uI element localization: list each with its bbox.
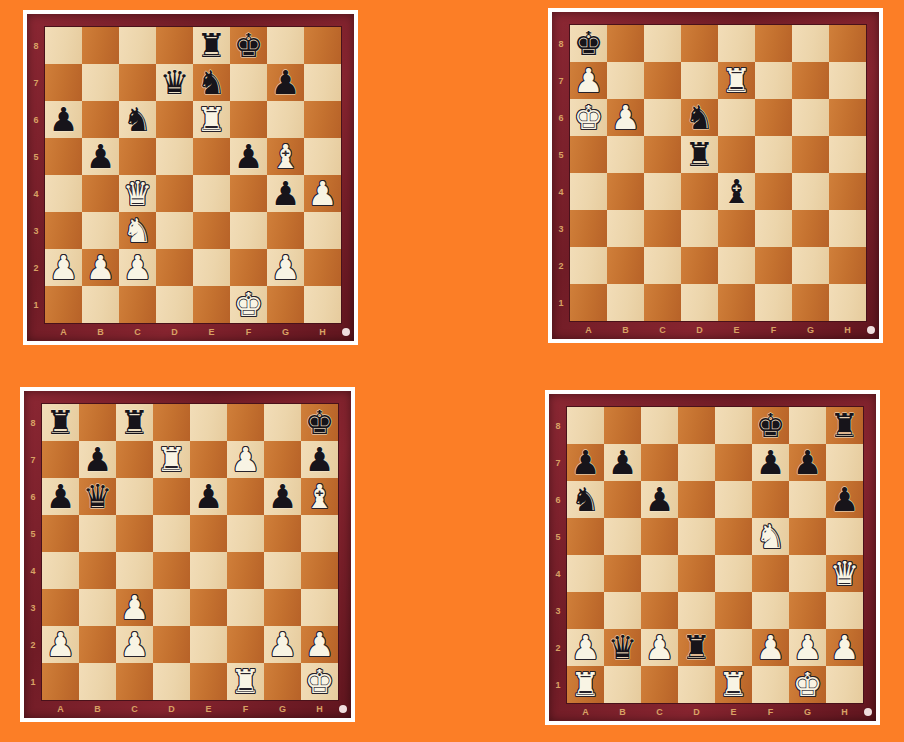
square-a2: ♟	[567, 629, 604, 666]
square-e6	[715, 481, 752, 518]
file-label-d: D	[153, 700, 190, 718]
square-f3	[752, 592, 789, 629]
square-e2	[190, 626, 227, 663]
square-f6	[230, 101, 267, 138]
piece-white-pawn: ♟	[571, 629, 601, 666]
square-b4	[79, 552, 116, 589]
square-a4	[42, 552, 79, 589]
square-h4	[301, 552, 338, 589]
square-d6	[153, 478, 190, 515]
square-h4: ♛	[826, 555, 863, 592]
square-b1	[607, 284, 644, 321]
square-e5	[190, 515, 227, 552]
square-c3: ♟	[116, 589, 153, 626]
square-e1	[193, 286, 230, 323]
square-f6	[755, 99, 792, 136]
square-h1	[829, 284, 866, 321]
square-d7: ♛	[156, 64, 193, 101]
square-c1	[644, 284, 681, 321]
square-e6: ♟	[190, 478, 227, 515]
piece-black-pawn: ♟	[83, 441, 113, 478]
square-c8: ♜	[116, 404, 153, 441]
square-d3	[156, 212, 193, 249]
square-a3	[42, 589, 79, 626]
square-b5	[607, 136, 644, 173]
rank-labels: 87654321	[27, 27, 45, 323]
rank-label-5: 5	[24, 515, 42, 552]
square-b7: ♟	[604, 444, 641, 481]
file-labels: ABCDEFGH	[42, 700, 338, 718]
square-b7	[82, 64, 119, 101]
square-e4	[190, 552, 227, 589]
file-label-b: B	[604, 703, 641, 721]
square-g7: ♟	[267, 64, 304, 101]
file-label-f: F	[752, 703, 789, 721]
square-c2	[644, 247, 681, 284]
square-c3	[644, 210, 681, 247]
rank-label-3: 3	[24, 589, 42, 626]
piece-white-pawn: ♟	[120, 589, 150, 626]
square-c5	[641, 518, 678, 555]
rank-label-8: 8	[27, 27, 45, 64]
square-e4	[715, 555, 752, 592]
square-a1	[45, 286, 82, 323]
square-c6	[116, 478, 153, 515]
square-h3	[304, 212, 341, 249]
piece-white-rook: ♜	[722, 62, 752, 99]
file-label-d: D	[156, 323, 193, 341]
square-h5	[829, 136, 866, 173]
file-labels: ABCDEFGH	[570, 321, 866, 339]
piece-black-pawn: ♟	[49, 101, 79, 138]
piece-black-pawn: ♟	[830, 481, 860, 518]
square-d6: ♞	[681, 99, 718, 136]
piece-white-pawn: ♟	[231, 441, 261, 478]
square-f2	[230, 249, 267, 286]
square-f7	[230, 64, 267, 101]
square-e3	[715, 592, 752, 629]
rank-label-8: 8	[549, 407, 567, 444]
square-f5: ♞	[752, 518, 789, 555]
square-c2: ♟	[116, 626, 153, 663]
piece-black-bishop: ♝	[722, 173, 752, 210]
square-b7: ♟	[79, 441, 116, 478]
board-grid: ♚♜♟♟♟♟♞♟♟♞♛♟♛♟♜♟♟♟♜♜♚	[567, 407, 863, 703]
square-a3	[570, 210, 607, 247]
square-f3	[755, 210, 792, 247]
piece-white-king: ♚	[305, 663, 335, 700]
square-e8	[190, 404, 227, 441]
rank-label-1: 1	[552, 284, 570, 321]
square-e4	[193, 175, 230, 212]
rank-label-4: 4	[24, 552, 42, 589]
square-g1: ♚	[789, 666, 826, 703]
square-c1	[116, 663, 153, 700]
file-label-h: H	[304, 323, 341, 341]
file-label-d: D	[681, 321, 718, 339]
square-c6: ♟	[641, 481, 678, 518]
square-b4	[82, 175, 119, 212]
square-f3	[230, 212, 267, 249]
square-g7	[264, 441, 301, 478]
piece-white-rook: ♜	[231, 663, 261, 700]
rank-label-6: 6	[552, 99, 570, 136]
square-e3	[718, 210, 755, 247]
piece-black-pawn: ♟	[268, 478, 298, 515]
piece-white-pawn: ♟	[49, 249, 79, 286]
rank-label-8: 8	[24, 404, 42, 441]
square-c5	[644, 136, 681, 173]
piece-white-queen: ♛	[830, 555, 860, 592]
square-g8	[267, 27, 304, 64]
square-a1	[570, 284, 607, 321]
square-a6: ♟	[42, 478, 79, 515]
square-d3	[681, 210, 718, 247]
chess-board-bottom-right: ♚♜♟♟♟♟♞♟♟♞♛♟♛♟♜♟♟♟♜♜♚ 87654321 ABCDEFGH	[545, 390, 880, 725]
piece-white-king: ♚	[574, 99, 604, 136]
file-label-f: F	[230, 323, 267, 341]
square-c7	[119, 64, 156, 101]
piece-white-pawn: ♟	[305, 626, 335, 663]
square-h4: ♟	[304, 175, 341, 212]
square-e3	[190, 589, 227, 626]
square-e2	[193, 249, 230, 286]
square-d4	[156, 175, 193, 212]
square-c2: ♟	[119, 249, 156, 286]
square-d1	[681, 284, 718, 321]
board-frame: ♚♟♜♚♟♞♜♝ 87654321 ABCDEFGH	[552, 12, 879, 339]
square-c5	[119, 138, 156, 175]
square-e1: ♜	[715, 666, 752, 703]
square-b6: ♟	[607, 99, 644, 136]
square-d1	[156, 286, 193, 323]
piece-white-pawn: ♟	[86, 249, 116, 286]
square-b3	[79, 589, 116, 626]
rank-label-4: 4	[549, 555, 567, 592]
rank-label-3: 3	[549, 592, 567, 629]
square-d1	[153, 663, 190, 700]
square-g1	[264, 663, 301, 700]
square-c7	[641, 444, 678, 481]
chess-board-top-left: ♜♚♛♞♟♟♞♜♟♟♝♛♟♟♞♟♟♟♟♚ 87654321 ABCDEFGH	[23, 10, 358, 345]
piece-black-pawn: ♟	[194, 478, 224, 515]
square-g8	[789, 407, 826, 444]
square-e1	[190, 663, 227, 700]
square-d4	[678, 555, 715, 592]
square-b8	[79, 404, 116, 441]
square-c8	[119, 27, 156, 64]
square-d2	[156, 249, 193, 286]
square-e7: ♞	[193, 64, 230, 101]
piece-white-bishop: ♝	[305, 478, 335, 515]
square-g4	[264, 552, 301, 589]
square-h7	[826, 444, 863, 481]
rank-label-7: 7	[24, 441, 42, 478]
rank-label-6: 6	[27, 101, 45, 138]
square-h2	[829, 247, 866, 284]
square-a1	[42, 663, 79, 700]
square-a2	[570, 247, 607, 284]
square-h5	[304, 138, 341, 175]
piece-black-knight: ♞	[123, 101, 153, 138]
square-h1	[304, 286, 341, 323]
file-label-c: C	[641, 703, 678, 721]
rank-label-2: 2	[27, 249, 45, 286]
square-a7: ♟	[567, 444, 604, 481]
square-g5	[792, 136, 829, 173]
piece-black-rook: ♜	[682, 629, 712, 666]
square-d5: ♜	[681, 136, 718, 173]
file-label-g: G	[792, 321, 829, 339]
file-label-a: A	[567, 703, 604, 721]
chess-board-bottom-left: ♜♜♚♟♜♟♟♟♛♟♟♝♟♟♟♟♟♜♚ 87654321 ABCDEFGH	[20, 387, 355, 722]
board-frame: ♜♚♛♞♟♟♞♜♟♟♝♛♟♟♞♟♟♟♟♚ 87654321 ABCDEFGH	[27, 14, 354, 341]
square-g2: ♟	[789, 629, 826, 666]
square-d5	[156, 138, 193, 175]
square-b5: ♟	[82, 138, 119, 175]
square-d4	[153, 552, 190, 589]
square-g1	[267, 286, 304, 323]
board-grid: ♜♚♛♞♟♟♞♜♟♟♝♛♟♟♞♟♟♟♟♚	[45, 27, 341, 323]
square-b2: ♟	[82, 249, 119, 286]
square-a2: ♟	[42, 626, 79, 663]
square-c4	[644, 173, 681, 210]
board-corner-dot	[867, 326, 875, 334]
square-a7	[42, 441, 79, 478]
square-b4	[607, 173, 644, 210]
square-f3	[227, 589, 264, 626]
square-g8	[264, 404, 301, 441]
rank-label-5: 5	[27, 138, 45, 175]
square-a8	[45, 27, 82, 64]
square-a5	[570, 136, 607, 173]
piece-white-pawn: ♟	[308, 175, 338, 212]
square-h3	[826, 592, 863, 629]
square-h2: ♟	[301, 626, 338, 663]
piece-black-knight: ♞	[197, 64, 227, 101]
square-f6	[752, 481, 789, 518]
square-b6	[604, 481, 641, 518]
square-h5	[826, 518, 863, 555]
piece-black-pawn: ♟	[86, 138, 116, 175]
piece-white-queen: ♛	[123, 175, 153, 212]
piece-black-rook: ♜	[120, 404, 150, 441]
square-c6	[644, 99, 681, 136]
piece-white-rook: ♜	[157, 441, 187, 478]
square-a4	[567, 555, 604, 592]
board-frame: ♚♜♟♟♟♟♞♟♟♞♛♟♛♟♜♟♟♟♜♜♚ 87654321 ABCDEFGH	[549, 394, 876, 721]
square-b3	[604, 592, 641, 629]
piece-black-rook: ♜	[46, 404, 76, 441]
square-b2: ♛	[604, 629, 641, 666]
file-label-c: C	[119, 323, 156, 341]
file-label-e: E	[190, 700, 227, 718]
square-h6: ♝	[301, 478, 338, 515]
rank-label-1: 1	[549, 666, 567, 703]
square-h2	[304, 249, 341, 286]
file-label-a: A	[42, 700, 79, 718]
file-label-g: G	[267, 323, 304, 341]
square-a3	[567, 592, 604, 629]
square-g3	[789, 592, 826, 629]
rank-label-8: 8	[552, 25, 570, 62]
square-a6: ♟	[45, 101, 82, 138]
square-c2: ♟	[641, 629, 678, 666]
rank-label-3: 3	[27, 212, 45, 249]
file-label-g: G	[789, 703, 826, 721]
square-c6: ♞	[119, 101, 156, 138]
square-g5	[264, 515, 301, 552]
square-h6: ♟	[826, 481, 863, 518]
piece-black-pawn: ♟	[608, 444, 638, 481]
square-c3: ♞	[119, 212, 156, 249]
square-h7: ♟	[301, 441, 338, 478]
square-d8	[678, 407, 715, 444]
file-label-e: E	[193, 323, 230, 341]
file-label-a: A	[45, 323, 82, 341]
rank-label-5: 5	[549, 518, 567, 555]
square-h6	[304, 101, 341, 138]
board-grid: ♚♟♜♚♟♞♜♝	[570, 25, 866, 321]
square-f8	[227, 404, 264, 441]
square-e8: ♜	[193, 27, 230, 64]
square-d7	[678, 444, 715, 481]
square-c4	[641, 555, 678, 592]
square-e2	[715, 629, 752, 666]
square-b7	[607, 62, 644, 99]
square-f2	[227, 626, 264, 663]
file-label-g: G	[264, 700, 301, 718]
piece-white-pawn: ♟	[611, 99, 641, 136]
square-f4	[755, 173, 792, 210]
square-f6	[227, 478, 264, 515]
piece-white-pawn: ♟	[271, 249, 301, 286]
board-grid: ♜♜♚♟♜♟♟♟♛♟♟♝♟♟♟♟♟♜♚	[42, 404, 338, 700]
square-c4	[116, 552, 153, 589]
square-e5	[193, 138, 230, 175]
square-a6: ♞	[567, 481, 604, 518]
square-a5	[567, 518, 604, 555]
square-b6: ♛	[79, 478, 116, 515]
square-g8	[792, 25, 829, 62]
square-c4: ♛	[119, 175, 156, 212]
square-c5	[116, 515, 153, 552]
rank-label-7: 7	[552, 62, 570, 99]
piece-black-knight: ♞	[571, 481, 601, 518]
rank-label-1: 1	[27, 286, 45, 323]
square-b2	[607, 247, 644, 284]
square-f5: ♟	[230, 138, 267, 175]
square-c3	[641, 592, 678, 629]
square-b2	[79, 626, 116, 663]
piece-black-queen: ♛	[160, 64, 190, 101]
square-c7	[644, 62, 681, 99]
piece-black-rook: ♜	[830, 407, 860, 444]
square-g6	[789, 481, 826, 518]
piece-black-rook: ♜	[197, 27, 227, 64]
square-f2: ♟	[752, 629, 789, 666]
piece-white-rook: ♜	[571, 666, 601, 703]
square-d6	[156, 101, 193, 138]
square-e7: ♜	[718, 62, 755, 99]
square-h3	[301, 589, 338, 626]
square-c7	[116, 441, 153, 478]
square-f8	[755, 25, 792, 62]
square-d2	[153, 626, 190, 663]
piece-white-rook: ♜	[719, 666, 749, 703]
square-g2: ♟	[264, 626, 301, 663]
square-d3	[678, 592, 715, 629]
file-label-h: H	[301, 700, 338, 718]
file-labels: ABCDEFGH	[567, 703, 863, 721]
square-a1: ♜	[567, 666, 604, 703]
square-a4	[45, 175, 82, 212]
piece-white-rook: ♜	[197, 101, 227, 138]
square-h1	[826, 666, 863, 703]
square-f7: ♟	[227, 441, 264, 478]
square-g3	[267, 212, 304, 249]
square-d6	[678, 481, 715, 518]
square-d1	[678, 666, 715, 703]
square-h3	[829, 210, 866, 247]
piece-black-pawn: ♟	[234, 138, 264, 175]
square-a5	[45, 138, 82, 175]
square-g6: ♟	[264, 478, 301, 515]
square-d4	[681, 173, 718, 210]
file-label-h: H	[826, 703, 863, 721]
piece-black-king: ♚	[234, 27, 264, 64]
file-labels: ABCDEFGH	[45, 323, 341, 341]
square-c1	[119, 286, 156, 323]
square-a7	[45, 64, 82, 101]
rank-label-2: 2	[24, 626, 42, 663]
file-label-b: B	[79, 700, 116, 718]
square-g7: ♟	[789, 444, 826, 481]
square-f7	[755, 62, 792, 99]
rank-label-7: 7	[27, 64, 45, 101]
file-label-c: C	[116, 700, 153, 718]
piece-white-knight: ♞	[756, 518, 786, 555]
square-c8	[641, 407, 678, 444]
square-g6	[267, 101, 304, 138]
square-d5	[678, 518, 715, 555]
square-a5	[42, 515, 79, 552]
piece-white-bishop: ♝	[271, 138, 301, 175]
file-label-e: E	[718, 321, 755, 339]
rank-label-5: 5	[552, 136, 570, 173]
square-g2: ♟	[267, 249, 304, 286]
file-label-b: B	[607, 321, 644, 339]
square-h1: ♚	[301, 663, 338, 700]
piece-black-king: ♚	[756, 407, 786, 444]
square-g2	[792, 247, 829, 284]
square-a4	[570, 173, 607, 210]
square-h8: ♚	[301, 404, 338, 441]
square-d7	[681, 62, 718, 99]
piece-white-pawn: ♟	[268, 626, 298, 663]
piece-black-pawn: ♟	[305, 441, 335, 478]
square-g1	[792, 284, 829, 321]
file-label-e: E	[715, 703, 752, 721]
board-frame: ♜♜♚♟♜♟♟♟♛♟♟♝♟♟♟♟♟♜♚ 87654321 ABCDEFGH	[24, 391, 351, 718]
square-f8: ♚	[230, 27, 267, 64]
piece-white-pawn: ♟	[645, 629, 675, 666]
square-g3	[792, 210, 829, 247]
rank-labels: 87654321	[549, 407, 567, 703]
square-d3	[153, 589, 190, 626]
square-f1	[752, 666, 789, 703]
piece-black-queen: ♛	[608, 629, 638, 666]
